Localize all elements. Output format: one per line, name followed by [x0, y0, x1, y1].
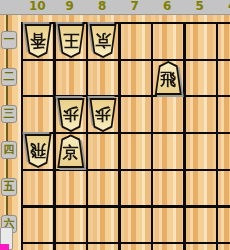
piece-face: 飛 [25, 136, 51, 166]
piece-kanji-pawn: 歩 [63, 102, 79, 123]
rank-label-3: 三 [1, 105, 17, 123]
piece-face: 京 [58, 136, 84, 166]
piece-gote-kyo[interactable]: 京 [88, 24, 118, 58]
piece-face: 歩 [90, 100, 116, 130]
window-corner-artifact [0, 244, 9, 250]
piece-kanji-king: 王 [63, 29, 79, 50]
piece-face: 香 [25, 26, 51, 56]
piece-gote-pawn[interactable]: 歩 [88, 98, 118, 132]
piece-kanji-rook: 飛 [160, 69, 176, 90]
piece-gote-king[interactable]: 王 [56, 24, 86, 58]
piece-outline: 京 [56, 134, 86, 168]
file-coordinate-strip: 10987654 [0, 0, 230, 15]
piece-kanji-kyo: 京 [95, 29, 111, 50]
piece-outline: 王 [56, 24, 86, 58]
shogi-board-window: 10987654 一二三四五六香王京飛歩歩飛京 [0, 0, 230, 250]
rank-label-1: 一 [1, 31, 17, 49]
piece-face: 王 [58, 26, 84, 56]
file-label-8: 8 [86, 0, 119, 13]
file-label-7: 7 [119, 0, 152, 13]
piece-outline: 飛 [153, 61, 183, 95]
piece-gote-lance[interactable]: 香 [23, 24, 53, 58]
piece-outline: 飛 [23, 134, 53, 168]
piece-gote-rook[interactable]: 飛 [23, 134, 53, 168]
piece-gote-pawn[interactable]: 歩 [56, 98, 86, 132]
piece-face: 歩 [58, 100, 84, 130]
piece-sente-kyo[interactable]: 京 [56, 134, 86, 168]
piece-outline: 香 [23, 24, 53, 58]
rank-label-4: 四 [1, 141, 17, 159]
rank-label-2: 二 [1, 68, 17, 86]
file-label-6: 6 [151, 0, 184, 13]
piece-kanji-kyo: 京 [63, 143, 79, 164]
piece-outline: 歩 [56, 98, 86, 132]
file-label-9: 9 [54, 0, 87, 13]
file-label-4: 4 [216, 0, 230, 13]
piece-face: 飛 [155, 63, 181, 93]
piece-face: 京 [90, 26, 116, 56]
file-label-5: 5 [184, 0, 217, 13]
piece-kanji-lance: 香 [30, 29, 46, 50]
piece-outline: 歩 [88, 98, 118, 132]
piece-kanji-pawn: 歩 [95, 102, 111, 123]
rank-label-5: 五 [1, 178, 17, 196]
piece-sente-rook[interactable]: 飛 [153, 61, 183, 95]
piece-kanji-rook: 飛 [30, 139, 46, 160]
piece-outline: 京 [88, 24, 118, 58]
file-label-10: 10 [21, 0, 54, 13]
